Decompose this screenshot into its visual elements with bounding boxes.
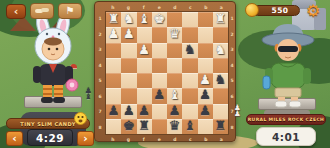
coord-label-4: 4 bbox=[96, 58, 104, 74]
square-c6[interactable] bbox=[182, 88, 197, 103]
gold-coin-icon bbox=[245, 3, 259, 17]
square-d5[interactable] bbox=[167, 73, 182, 88]
white-queen: ♛ bbox=[169, 27, 181, 40]
square-f4[interactable] bbox=[137, 58, 152, 73]
emote-smiley-icon[interactable] bbox=[74, 110, 87, 129]
square-b4[interactable] bbox=[198, 58, 213, 73]
coord-label-6: 6 bbox=[228, 89, 236, 105]
resign-button[interactable]: ⚑ bbox=[58, 3, 82, 19]
square-d6[interactable]: ♝ bbox=[167, 88, 182, 103]
settings-button[interactable]: ⚙ bbox=[306, 1, 320, 20]
coord-label-1: 1 bbox=[96, 11, 104, 27]
square-b2[interactable] bbox=[198, 27, 213, 42]
captured-pieces-left-tray: ♟♝ bbox=[85, 88, 92, 99]
square-e1[interactable]: ♚ bbox=[152, 12, 167, 27]
handshake-icon bbox=[34, 6, 50, 16]
square-b1[interactable] bbox=[198, 12, 213, 27]
square-h5[interactable] bbox=[106, 73, 121, 88]
coord-label-7: 7 bbox=[96, 104, 104, 120]
left-player-avatar bbox=[18, 14, 88, 104]
game-screen: ‹ ⚑ 550 ⚙ bbox=[0, 0, 330, 148]
square-b7[interactable]: ♟ bbox=[198, 104, 213, 119]
square-a7[interactable] bbox=[213, 104, 228, 119]
gear-icon: ⚙ bbox=[306, 1, 320, 20]
square-c4[interactable] bbox=[182, 58, 197, 73]
square-f8[interactable]: ♜ bbox=[137, 119, 152, 134]
right-player-time: 4:01 bbox=[272, 131, 300, 143]
square-h7[interactable]: ♟ bbox=[106, 104, 121, 119]
square-g8[interactable]: ♚ bbox=[121, 119, 136, 134]
chevron-left-icon: ‹ bbox=[12, 133, 17, 144]
draw-offer-button[interactable] bbox=[30, 3, 54, 19]
coord-label-b: b bbox=[198, 3, 214, 11]
black-pawn: ♟ bbox=[169, 104, 181, 117]
white-knight: ♞ bbox=[215, 43, 227, 56]
coord-label-5: 5 bbox=[228, 73, 236, 89]
square-e5[interactable] bbox=[152, 73, 167, 88]
black-queen: ♛ bbox=[169, 119, 181, 132]
square-c5[interactable] bbox=[182, 73, 197, 88]
black-bishop: ♝ bbox=[85, 93, 92, 101]
square-a1[interactable]: ♜ bbox=[213, 12, 228, 27]
white-king: ♚ bbox=[154, 12, 166, 25]
square-f1[interactable]: ♝ bbox=[137, 12, 152, 27]
black-knight: ♞ bbox=[184, 43, 196, 56]
coord-label-h: h bbox=[105, 3, 121, 11]
captured-pieces-right-tray: ♟♟ bbox=[234, 105, 241, 116]
square-g2[interactable]: ♟ bbox=[121, 27, 136, 42]
square-f3[interactable]: ♟ bbox=[137, 43, 152, 58]
file-labels-top: hgfedcba bbox=[105, 3, 229, 11]
square-g7[interactable]: ♟ bbox=[121, 104, 136, 119]
black-pawn: ♟ bbox=[199, 88, 211, 101]
square-b3[interactable] bbox=[198, 43, 213, 58]
left-player-name-text: Tiny Slim Candy bbox=[20, 121, 75, 127]
coord-label-8: 8 bbox=[228, 120, 236, 136]
white-knight: ♞ bbox=[123, 12, 135, 25]
square-b6[interactable]: ♟ bbox=[198, 88, 213, 103]
square-d3[interactable] bbox=[167, 43, 182, 58]
square-a5[interactable]: ♞ bbox=[213, 73, 228, 88]
square-d4[interactable] bbox=[167, 58, 182, 73]
square-g4[interactable] bbox=[121, 58, 136, 73]
square-e8[interactable] bbox=[152, 119, 167, 134]
black-bishop: ♝ bbox=[184, 119, 196, 132]
coord-label-1: 1 bbox=[228, 11, 236, 27]
coord-label-g: g bbox=[121, 3, 137, 11]
square-a6[interactable] bbox=[213, 88, 228, 103]
coord-label-c: c bbox=[183, 3, 199, 11]
white-rook: ♜ bbox=[215, 12, 227, 25]
square-a2[interactable] bbox=[213, 27, 228, 42]
coin-balance: 550 bbox=[252, 5, 300, 16]
left-player-time: 4:29 bbox=[36, 132, 64, 144]
left-player-clock: 4:29 bbox=[27, 129, 73, 146]
square-d8[interactable]: ♛ bbox=[167, 119, 182, 134]
coord-label-6: 6 bbox=[96, 89, 104, 105]
black-pawn: ♟ bbox=[108, 104, 120, 117]
coord-label-3: 3 bbox=[96, 42, 104, 58]
black-pawn: ♟ bbox=[154, 88, 166, 101]
back-icon: ‹ bbox=[14, 6, 19, 17]
square-c3[interactable]: ♞ bbox=[182, 43, 197, 58]
white-pawn: ♟ bbox=[123, 27, 135, 40]
white-pawn: ♟ bbox=[108, 27, 120, 40]
coord-label-b: b bbox=[198, 135, 214, 143]
square-h3[interactable] bbox=[106, 43, 121, 58]
rank-labels-left: 12345678 bbox=[96, 11, 104, 135]
chevron-right-icon: › bbox=[83, 133, 88, 144]
square-g3[interactable] bbox=[121, 43, 136, 58]
square-e3[interactable] bbox=[152, 43, 167, 58]
coord-label-2: 2 bbox=[96, 27, 104, 43]
square-c2[interactable] bbox=[182, 27, 197, 42]
square-e7[interactable] bbox=[152, 104, 167, 119]
right-player-avatar bbox=[252, 16, 324, 108]
square-b8[interactable] bbox=[198, 119, 213, 134]
white-rook: ♜ bbox=[108, 12, 120, 25]
white-bishop: ♝ bbox=[138, 12, 150, 25]
white-pawn: ♟ bbox=[234, 110, 241, 118]
coord-label-e: e bbox=[152, 3, 168, 11]
black-king: ♚ bbox=[123, 119, 135, 132]
coord-label-5: 5 bbox=[96, 73, 104, 89]
square-e4[interactable] bbox=[152, 58, 167, 73]
square-b5[interactable]: ♟ bbox=[198, 73, 213, 88]
square-f5[interactable] bbox=[137, 73, 152, 88]
square-e2[interactable] bbox=[152, 27, 167, 42]
square-h4[interactable] bbox=[106, 58, 121, 73]
coord-label-f: f bbox=[136, 3, 152, 11]
coord-label-e: e bbox=[152, 135, 168, 143]
square-g5[interactable] bbox=[121, 73, 136, 88]
square-d7[interactable]: ♟ bbox=[167, 104, 182, 119]
white-bishop: ♝ bbox=[169, 88, 181, 101]
coord-label-8: 8 bbox=[96, 120, 104, 136]
coord-label-d: d bbox=[167, 3, 183, 11]
square-h6[interactable] bbox=[106, 88, 121, 103]
square-d2[interactable]: ♛ bbox=[167, 27, 182, 42]
coord-label-a: a bbox=[214, 135, 230, 143]
square-a4[interactable] bbox=[213, 58, 228, 73]
right-player-name-text: Rural Miles Rock Czech bbox=[248, 117, 325, 122]
prev-arrow-button[interactable]: ‹ bbox=[6, 131, 23, 146]
square-g1[interactable]: ♞ bbox=[121, 12, 136, 27]
coord-label-d: d bbox=[167, 135, 183, 143]
black-pawn: ♟ bbox=[199, 104, 211, 117]
square-c1[interactable] bbox=[182, 12, 197, 27]
back-button[interactable]: ‹ bbox=[6, 4, 26, 19]
square-e6[interactable]: ♟ bbox=[152, 88, 167, 103]
coord-label-g: g bbox=[121, 135, 137, 143]
board-squares: ♜♞♝♚♜♟♟♛♟♞♞♟♞♟♝♟♟♟♟♟♟♚♜♛♝♜ bbox=[105, 11, 229, 135]
coord-label-3: 3 bbox=[228, 42, 236, 58]
resign-flag-icon: ⚑ bbox=[66, 6, 75, 16]
coord-label-a: a bbox=[214, 3, 230, 11]
coord-label-4: 4 bbox=[228, 58, 236, 74]
square-d1[interactable] bbox=[167, 12, 182, 27]
white-pawn: ♟ bbox=[199, 73, 211, 86]
next-arrow-button[interactable]: › bbox=[77, 131, 94, 146]
square-h8[interactable] bbox=[106, 119, 121, 134]
square-c7[interactable] bbox=[182, 104, 197, 119]
black-rook: ♜ bbox=[215, 119, 227, 132]
black-pawn: ♟ bbox=[123, 104, 135, 117]
black-rook: ♜ bbox=[138, 119, 150, 132]
chess-board: hgfedcba hgfedcba 12345678 12345678 ♜♞♝♚… bbox=[94, 1, 236, 142]
white-pawn: ♟ bbox=[138, 43, 150, 56]
coord-label-2: 2 bbox=[228, 27, 236, 43]
square-a3[interactable]: ♞ bbox=[213, 43, 228, 58]
square-a8[interactable]: ♜ bbox=[213, 119, 228, 134]
right-player-clock: 4:01 bbox=[256, 127, 316, 146]
coord-label-c: c bbox=[183, 135, 199, 143]
coord-label-f: f bbox=[136, 135, 152, 143]
square-f7[interactable]: ♟ bbox=[137, 104, 152, 119]
square-f2[interactable] bbox=[137, 27, 152, 42]
square-f6[interactable] bbox=[137, 88, 152, 103]
square-h1[interactable]: ♜ bbox=[106, 12, 121, 27]
coin-amount: 550 bbox=[271, 6, 288, 15]
file-labels-bottom: hgfedcba bbox=[105, 135, 229, 143]
coord-label-h: h bbox=[105, 135, 121, 143]
square-c8[interactable]: ♝ bbox=[182, 119, 197, 134]
black-pawn: ♟ bbox=[138, 104, 150, 117]
right-player-name: Rural Miles Rock Czech bbox=[246, 114, 326, 125]
black-knight: ♞ bbox=[215, 73, 227, 86]
square-g6[interactable] bbox=[121, 88, 136, 103]
square-h2[interactable]: ♟ bbox=[106, 27, 121, 42]
